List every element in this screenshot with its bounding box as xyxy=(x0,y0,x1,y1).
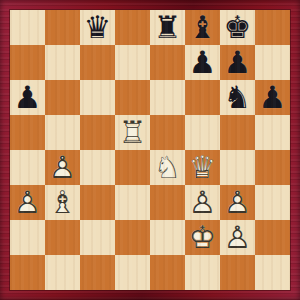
square-g5[interactable] xyxy=(220,115,255,150)
square-f5[interactable] xyxy=(185,115,220,150)
white-king[interactable]: ♚♔ xyxy=(185,220,220,255)
square-h7[interactable] xyxy=(255,45,290,80)
square-f2[interactable]: ♚♔ xyxy=(185,220,220,255)
square-h1[interactable] xyxy=(255,255,290,290)
black-rook-icon: ♜ xyxy=(150,10,185,45)
black-knight-icon: ♞ xyxy=(220,80,255,115)
square-d3[interactable] xyxy=(115,185,150,220)
black-pawn-icon: ♟ xyxy=(220,45,255,80)
white-pawn[interactable]: ♟♙ xyxy=(220,220,255,255)
chess-board: ♛♜♝♚♟♟♟♞♟♜♖♟♙♞♘♛♕♟♙♝♗♟♙♟♙♚♔♟♙ xyxy=(10,10,290,290)
square-d4[interactable] xyxy=(115,150,150,185)
black-knight[interactable]: ♞ xyxy=(220,80,255,115)
square-h6[interactable]: ♟ xyxy=(255,80,290,115)
white-queen-outline-icon: ♕ xyxy=(185,150,220,185)
square-f6[interactable] xyxy=(185,80,220,115)
square-c8[interactable]: ♛ xyxy=(80,10,115,45)
square-c3[interactable] xyxy=(80,185,115,220)
square-c4[interactable] xyxy=(80,150,115,185)
white-pawn[interactable]: ♟♙ xyxy=(45,150,80,185)
white-pawn[interactable]: ♟♙ xyxy=(185,185,220,220)
board-frame: ♛♜♝♚♟♟♟♞♟♜♖♟♙♞♘♛♕♟♙♝♗♟♙♟♙♚♔♟♙ xyxy=(0,0,300,300)
square-f7[interactable]: ♟ xyxy=(185,45,220,80)
square-h8[interactable] xyxy=(255,10,290,45)
black-pawn-icon: ♟ xyxy=(255,80,290,115)
square-f4[interactable]: ♛♕ xyxy=(185,150,220,185)
square-e7[interactable] xyxy=(150,45,185,80)
black-bishop[interactable]: ♝ xyxy=(185,10,220,45)
square-g8[interactable]: ♚ xyxy=(220,10,255,45)
black-rook[interactable]: ♜ xyxy=(150,10,185,45)
square-e2[interactable] xyxy=(150,220,185,255)
black-queen-icon: ♛ xyxy=(80,10,115,45)
square-a5[interactable] xyxy=(10,115,45,150)
square-g4[interactable] xyxy=(220,150,255,185)
square-d8[interactable] xyxy=(115,10,150,45)
white-pawn-outline-icon: ♙ xyxy=(220,220,255,255)
square-b8[interactable] xyxy=(45,10,80,45)
black-king-icon: ♚ xyxy=(220,10,255,45)
square-e6[interactable] xyxy=(150,80,185,115)
square-b1[interactable] xyxy=(45,255,80,290)
white-pawn-outline-icon: ♙ xyxy=(220,185,255,220)
square-b2[interactable] xyxy=(45,220,80,255)
square-g3[interactable]: ♟♙ xyxy=(220,185,255,220)
white-rook-outline-icon: ♖ xyxy=(115,115,150,150)
square-d2[interactable] xyxy=(115,220,150,255)
white-queen[interactable]: ♛♕ xyxy=(185,150,220,185)
square-e4[interactable]: ♞♘ xyxy=(150,150,185,185)
square-g2[interactable]: ♟♙ xyxy=(220,220,255,255)
square-h4[interactable] xyxy=(255,150,290,185)
black-king[interactable]: ♚ xyxy=(220,10,255,45)
square-c5[interactable] xyxy=(80,115,115,150)
white-pawn-outline-icon: ♙ xyxy=(45,150,80,185)
square-c7[interactable] xyxy=(80,45,115,80)
square-d1[interactable] xyxy=(115,255,150,290)
square-f1[interactable] xyxy=(185,255,220,290)
white-knight-outline-icon: ♘ xyxy=(150,150,185,185)
square-d5[interactable]: ♜♖ xyxy=(115,115,150,150)
white-bishop-outline-icon: ♗ xyxy=(45,185,80,220)
white-king-outline-icon: ♔ xyxy=(185,220,220,255)
black-pawn-icon: ♟ xyxy=(10,80,45,115)
white-pawn-outline-icon: ♙ xyxy=(10,185,45,220)
square-b5[interactable] xyxy=(45,115,80,150)
white-bishop[interactable]: ♝♗ xyxy=(45,185,80,220)
black-pawn[interactable]: ♟ xyxy=(185,45,220,80)
square-e1[interactable] xyxy=(150,255,185,290)
black-pawn[interactable]: ♟ xyxy=(255,80,290,115)
square-a4[interactable] xyxy=(10,150,45,185)
square-h2[interactable] xyxy=(255,220,290,255)
square-e3[interactable] xyxy=(150,185,185,220)
black-queen[interactable]: ♛ xyxy=(80,10,115,45)
square-c6[interactable] xyxy=(80,80,115,115)
square-b6[interactable] xyxy=(45,80,80,115)
black-pawn-icon: ♟ xyxy=(185,45,220,80)
square-b3[interactable]: ♝♗ xyxy=(45,185,80,220)
square-d7[interactable] xyxy=(115,45,150,80)
square-f8[interactable]: ♝ xyxy=(185,10,220,45)
square-h3[interactable] xyxy=(255,185,290,220)
white-pawn-outline-icon: ♙ xyxy=(185,185,220,220)
black-pawn[interactable]: ♟ xyxy=(10,80,45,115)
white-pawn[interactable]: ♟♙ xyxy=(10,185,45,220)
white-knight[interactable]: ♞♘ xyxy=(150,150,185,185)
square-e5[interactable] xyxy=(150,115,185,150)
square-g6[interactable]: ♞ xyxy=(220,80,255,115)
square-a1[interactable] xyxy=(10,255,45,290)
black-pawn[interactable]: ♟ xyxy=(220,45,255,80)
square-d6[interactable] xyxy=(115,80,150,115)
square-c2[interactable] xyxy=(80,220,115,255)
square-b7[interactable] xyxy=(45,45,80,80)
square-a8[interactable] xyxy=(10,10,45,45)
square-a7[interactable] xyxy=(10,45,45,80)
square-c1[interactable] xyxy=(80,255,115,290)
square-h5[interactable] xyxy=(255,115,290,150)
square-b4[interactable]: ♟♙ xyxy=(45,150,80,185)
square-f3[interactable]: ♟♙ xyxy=(185,185,220,220)
white-rook[interactable]: ♜♖ xyxy=(115,115,150,150)
square-a6[interactable]: ♟ xyxy=(10,80,45,115)
square-a2[interactable] xyxy=(10,220,45,255)
white-pawn[interactable]: ♟♙ xyxy=(220,185,255,220)
black-bishop-icon: ♝ xyxy=(185,10,220,45)
square-a3[interactable]: ♟♙ xyxy=(10,185,45,220)
square-g1[interactable] xyxy=(220,255,255,290)
square-e8[interactable]: ♜ xyxy=(150,10,185,45)
square-g7[interactable]: ♟ xyxy=(220,45,255,80)
